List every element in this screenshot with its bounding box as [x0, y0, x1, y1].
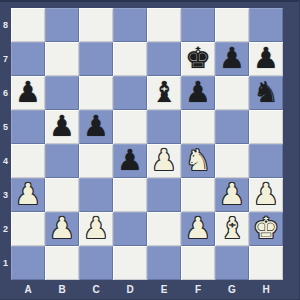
square-c2[interactable]: ♟: [79, 212, 113, 246]
square-d3[interactable]: [113, 178, 147, 212]
piece-white-pawn[interactable]: ♟: [219, 177, 245, 211]
square-a3[interactable]: ♟: [11, 178, 45, 212]
piece-black-knight[interactable]: ♞: [253, 75, 279, 109]
square-e3[interactable]: [147, 178, 181, 212]
square-g4[interactable]: [215, 144, 249, 178]
piece-white-pawn[interactable]: ♟: [151, 143, 177, 177]
square-d2[interactable]: [113, 212, 147, 246]
rank-label-3: 3: [0, 178, 11, 212]
piece-white-pawn[interactable]: ♟: [49, 211, 75, 245]
square-d7[interactable]: [113, 42, 147, 76]
square-e6[interactable]: ♝: [147, 76, 181, 110]
square-a5[interactable]: [11, 110, 45, 144]
piece-black-pawn[interactable]: ♟: [253, 41, 279, 75]
square-e4[interactable]: ♟: [147, 144, 181, 178]
square-d5[interactable]: [113, 110, 147, 144]
square-e8[interactable]: [147, 8, 181, 42]
file-label-c: C: [79, 281, 113, 300]
piece-black-pawn[interactable]: ♟: [15, 75, 41, 109]
piece-black-pawn[interactable]: ♟: [83, 109, 109, 143]
piece-black-bishop[interactable]: ♝: [151, 75, 177, 109]
piece-white-pawn[interactable]: ♟: [253, 177, 279, 211]
piece-white-pawn[interactable]: ♟: [83, 211, 109, 245]
square-h2[interactable]: ♚: [249, 212, 283, 246]
piece-black-king[interactable]: ♚: [185, 41, 211, 75]
square-f8[interactable]: [181, 8, 215, 42]
chess-board: ♚♟♟♟♝♟♞♟♟♟♟♞♟♟♟♟♟♟♝♚: [11, 8, 283, 280]
square-a4[interactable]: [11, 144, 45, 178]
file-label-g: G: [215, 281, 249, 300]
square-g7[interactable]: ♟: [215, 42, 249, 76]
square-c8[interactable]: [79, 8, 113, 42]
piece-white-pawn[interactable]: ♟: [185, 211, 211, 245]
square-b8[interactable]: [45, 8, 79, 42]
piece-black-pawn[interactable]: ♟: [219, 41, 245, 75]
square-c5[interactable]: ♟: [79, 110, 113, 144]
square-h3[interactable]: ♟: [249, 178, 283, 212]
square-b4[interactable]: [45, 144, 79, 178]
piece-white-knight[interactable]: ♞: [185, 143, 211, 177]
rank-label-5: 5: [0, 110, 11, 144]
square-f2[interactable]: ♟: [181, 212, 215, 246]
square-e7[interactable]: [147, 42, 181, 76]
square-h8[interactable]: [249, 8, 283, 42]
rank-label-6: 6: [0, 76, 11, 110]
file-label-d: D: [113, 281, 147, 300]
square-e2[interactable]: [147, 212, 181, 246]
piece-white-king[interactable]: ♚: [253, 211, 279, 245]
piece-black-pawn[interactable]: ♟: [185, 75, 211, 109]
square-a7[interactable]: [11, 42, 45, 76]
square-f5[interactable]: [181, 110, 215, 144]
square-b2[interactable]: ♟: [45, 212, 79, 246]
piece-white-bishop[interactable]: ♝: [219, 211, 245, 245]
chess-diagram: ♚♟♟♟♝♟♞♟♟♟♟♞♟♟♟♟♟♟♝♚ 87654321 ABCDEFGH: [0, 0, 300, 300]
file-label-h: H: [249, 281, 283, 300]
square-g5[interactable]: [215, 110, 249, 144]
file-label-f: F: [181, 281, 215, 300]
square-b6[interactable]: [45, 76, 79, 110]
square-d8[interactable]: [113, 8, 147, 42]
rank-label-4: 4: [0, 144, 11, 178]
square-h1[interactable]: [249, 246, 283, 280]
file-label-a: A: [11, 281, 45, 300]
square-c7[interactable]: [79, 42, 113, 76]
square-d1[interactable]: [113, 246, 147, 280]
square-b3[interactable]: [45, 178, 79, 212]
file-label-b: B: [45, 281, 79, 300]
square-g3[interactable]: ♟: [215, 178, 249, 212]
square-b5[interactable]: ♟: [45, 110, 79, 144]
rank-label-1: 1: [0, 246, 11, 280]
square-d6[interactable]: [113, 76, 147, 110]
square-c1[interactable]: [79, 246, 113, 280]
square-c3[interactable]: [79, 178, 113, 212]
square-a6[interactable]: ♟: [11, 76, 45, 110]
square-c4[interactable]: [79, 144, 113, 178]
square-a8[interactable]: [11, 8, 45, 42]
square-a1[interactable]: [11, 246, 45, 280]
square-c6[interactable]: [79, 76, 113, 110]
square-g8[interactable]: [215, 8, 249, 42]
square-h4[interactable]: [249, 144, 283, 178]
square-e5[interactable]: [147, 110, 181, 144]
square-d4[interactable]: ♟: [113, 144, 147, 178]
square-e1[interactable]: [147, 246, 181, 280]
square-b7[interactable]: [45, 42, 79, 76]
square-h5[interactable]: [249, 110, 283, 144]
square-f4[interactable]: ♞: [181, 144, 215, 178]
square-b1[interactable]: [45, 246, 79, 280]
rank-label-8: 8: [0, 8, 11, 42]
square-f6[interactable]: ♟: [181, 76, 215, 110]
piece-black-pawn[interactable]: ♟: [117, 143, 143, 177]
file-label-e: E: [147, 281, 181, 300]
square-g1[interactable]: [215, 246, 249, 280]
rank-label-2: 2: [0, 212, 11, 246]
square-h6[interactable]: ♞: [249, 76, 283, 110]
square-h7[interactable]: ♟: [249, 42, 283, 76]
square-g6[interactable]: [215, 76, 249, 110]
rank-label-7: 7: [0, 42, 11, 76]
piece-black-pawn[interactable]: ♟: [49, 109, 75, 143]
square-g2[interactable]: ♝: [215, 212, 249, 246]
square-a2[interactable]: [11, 212, 45, 246]
square-f3[interactable]: [181, 178, 215, 212]
square-f1[interactable]: [181, 246, 215, 280]
square-f7[interactable]: ♚: [181, 42, 215, 76]
piece-white-pawn[interactable]: ♟: [15, 177, 41, 211]
